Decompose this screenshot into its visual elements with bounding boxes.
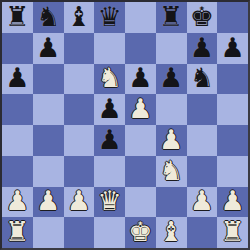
square-d5[interactable]: ♟ [94, 94, 125, 125]
square-h8[interactable] [217, 2, 248, 33]
square-d4[interactable]: ♟ [94, 125, 125, 156]
square-d2[interactable]: ♛ [94, 187, 125, 218]
square-d6[interactable]: ♞ [94, 64, 125, 95]
square-d8[interactable]: ♛ [94, 2, 125, 33]
white-knight[interactable]: ♞ [159, 157, 183, 184]
black-pawn[interactable]: ♟ [128, 64, 152, 91]
square-b2[interactable]: ♟ [33, 187, 64, 218]
white-pawn[interactable]: ♟ [159, 126, 183, 153]
square-f8[interactable]: ♜ [156, 2, 187, 33]
square-d1[interactable] [94, 217, 125, 248]
white-pawn[interactable]: ♟ [5, 187, 29, 214]
square-b8[interactable]: ♞ [33, 2, 64, 33]
square-b5[interactable] [33, 94, 64, 125]
square-d7[interactable] [94, 33, 125, 64]
square-f4[interactable]: ♟ [156, 125, 187, 156]
square-f3[interactable]: ♞ [156, 156, 187, 187]
square-h6[interactable] [217, 64, 248, 95]
square-c2[interactable]: ♟ [64, 187, 95, 218]
black-pawn[interactable]: ♟ [221, 34, 245, 61]
square-f2[interactable] [156, 187, 187, 218]
square-a5[interactable] [2, 94, 33, 125]
black-pawn[interactable]: ♟ [159, 64, 183, 91]
square-c7[interactable] [64, 33, 95, 64]
square-c4[interactable] [64, 125, 95, 156]
square-f5[interactable] [156, 94, 187, 125]
square-e6[interactable]: ♟ [125, 64, 156, 95]
white-pawn[interactable]: ♟ [128, 95, 152, 122]
square-h7[interactable]: ♟ [217, 33, 248, 64]
white-king[interactable]: ♚ [128, 218, 152, 245]
square-f7[interactable] [156, 33, 187, 64]
square-h4[interactable] [217, 125, 248, 156]
square-g6[interactable]: ♞ [187, 64, 218, 95]
square-b1[interactable] [33, 217, 64, 248]
square-c6[interactable] [64, 64, 95, 95]
black-rook[interactable]: ♜ [5, 3, 29, 30]
square-d3[interactable] [94, 156, 125, 187]
square-f1[interactable]: ♝ [156, 217, 187, 248]
square-a7[interactable] [2, 33, 33, 64]
square-c1[interactable] [64, 217, 95, 248]
square-b4[interactable] [33, 125, 64, 156]
square-e8[interactable] [125, 2, 156, 33]
square-b6[interactable] [33, 64, 64, 95]
square-c8[interactable]: ♝ [64, 2, 95, 33]
square-h3[interactable] [217, 156, 248, 187]
square-e5[interactable]: ♟ [125, 94, 156, 125]
white-pawn[interactable]: ♟ [221, 187, 245, 214]
white-bishop[interactable]: ♝ [159, 218, 183, 245]
square-g8[interactable]: ♚ [187, 2, 218, 33]
square-h1[interactable]: ♜ [217, 217, 248, 248]
square-a3[interactable] [2, 156, 33, 187]
black-pawn[interactable]: ♟ [5, 64, 29, 91]
white-rook[interactable]: ♜ [221, 218, 245, 245]
chessboard-frame: ♜♞♝♛♜♚♟♟♟♟♞♟♟♞♟♟♟♟♞♟♟♟♛♟♟♜♚♝♜ [0, 0, 250, 250]
white-pawn[interactable]: ♟ [190, 187, 214, 214]
square-b3[interactable] [33, 156, 64, 187]
black-knight[interactable]: ♞ [36, 3, 60, 30]
white-pawn[interactable]: ♟ [36, 187, 60, 214]
white-queen[interactable]: ♛ [98, 187, 122, 214]
square-a8[interactable]: ♜ [2, 2, 33, 33]
square-e4[interactable] [125, 125, 156, 156]
white-rook[interactable]: ♜ [5, 218, 29, 245]
white-knight[interactable]: ♞ [98, 64, 122, 91]
white-pawn[interactable]: ♟ [67, 187, 91, 214]
square-g5[interactable] [187, 94, 218, 125]
black-pawn[interactable]: ♟ [98, 126, 122, 153]
square-b7[interactable]: ♟ [33, 33, 64, 64]
black-queen[interactable]: ♛ [98, 3, 122, 30]
square-a1[interactable]: ♜ [2, 217, 33, 248]
square-g4[interactable] [187, 125, 218, 156]
square-g7[interactable]: ♟ [187, 33, 218, 64]
black-king[interactable]: ♚ [190, 3, 214, 30]
black-knight[interactable]: ♞ [190, 64, 214, 91]
square-c3[interactable] [64, 156, 95, 187]
square-c5[interactable] [64, 94, 95, 125]
square-e7[interactable] [125, 33, 156, 64]
black-rook[interactable]: ♜ [159, 3, 183, 30]
square-g3[interactable] [187, 156, 218, 187]
black-bishop[interactable]: ♝ [67, 3, 91, 30]
black-pawn[interactable]: ♟ [98, 95, 122, 122]
square-e1[interactable]: ♚ [125, 217, 156, 248]
square-f6[interactable]: ♟ [156, 64, 187, 95]
square-e2[interactable] [125, 187, 156, 218]
square-e3[interactable] [125, 156, 156, 187]
black-pawn[interactable]: ♟ [190, 34, 214, 61]
chessboard: ♜♞♝♛♜♚♟♟♟♟♞♟♟♞♟♟♟♟♞♟♟♟♛♟♟♜♚♝♜ [2, 2, 248, 248]
square-a4[interactable] [2, 125, 33, 156]
square-a6[interactable]: ♟ [2, 64, 33, 95]
square-a2[interactable]: ♟ [2, 187, 33, 218]
square-h5[interactable] [217, 94, 248, 125]
black-pawn[interactable]: ♟ [36, 34, 60, 61]
square-h2[interactable]: ♟ [217, 187, 248, 218]
square-g2[interactable]: ♟ [187, 187, 218, 218]
square-g1[interactable] [187, 217, 218, 248]
